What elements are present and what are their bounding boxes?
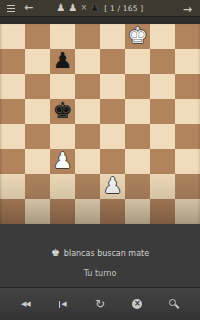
- square-c6[interactable]: [50, 74, 75, 99]
- square-g5[interactable]: [150, 99, 175, 124]
- square-e6[interactable]: [100, 74, 125, 99]
- status-area: ♚ blancas buscan mate Tu turno: [0, 224, 200, 278]
- refresh-icon: ↻: [95, 298, 105, 310]
- square-d3[interactable]: [75, 149, 100, 174]
- objective-text: blancas buscan mate: [64, 249, 149, 258]
- square-e2[interactable]: ♟: [100, 174, 125, 199]
- square-c8[interactable]: [50, 24, 75, 49]
- square-g3[interactable]: [150, 149, 175, 174]
- square-e7[interactable]: [100, 49, 125, 74]
- next-puzzle-arrow-icon[interactable]: →: [183, 3, 192, 16]
- square-h8[interactable]: [175, 24, 200, 49]
- square-d8[interactable]: [75, 24, 100, 49]
- square-d1[interactable]: [75, 199, 100, 224]
- square-g7[interactable]: [150, 49, 175, 74]
- square-f8[interactable]: ♚: [125, 24, 150, 49]
- square-b8[interactable]: [25, 24, 50, 49]
- square-c1[interactable]: [50, 199, 75, 224]
- square-c5[interactable]: ♚: [50, 99, 75, 124]
- square-a4[interactable]: [0, 124, 25, 149]
- close-circle-icon: ×: [132, 299, 142, 309]
- square-g2[interactable]: [150, 174, 175, 199]
- square-f3[interactable]: [125, 149, 150, 174]
- square-a8[interactable]: [0, 24, 25, 49]
- square-g8[interactable]: [150, 24, 175, 49]
- square-f4[interactable]: [125, 124, 150, 149]
- square-h4[interactable]: [175, 124, 200, 149]
- square-d5[interactable]: [75, 99, 100, 124]
- white-pawn-piece: ♟: [103, 173, 123, 198]
- magnifier-icon: [169, 299, 180, 310]
- black-king-piece: ♚: [53, 98, 73, 123]
- square-d7[interactable]: [75, 49, 100, 74]
- bottom-toolbar: ◀◀ ◀ ↻ ×: [0, 287, 200, 320]
- square-f1[interactable]: [125, 199, 150, 224]
- square-f7[interactable]: [125, 49, 150, 74]
- puzzle-category: ♟ ♟ × ♟ [ 1 / 165 ]: [57, 0, 144, 16]
- chess-tactics-app: ← ♟ ♟ × ♟ [ 1 / 165 ] → ♚♟♚♟♟ ♚ blancas …: [0, 0, 200, 320]
- square-g6[interactable]: [150, 74, 175, 99]
- square-b7[interactable]: [25, 49, 50, 74]
- square-b1[interactable]: [25, 199, 50, 224]
- square-h5[interactable]: [175, 99, 200, 124]
- white-pawn-piece: ♟: [53, 148, 73, 173]
- square-d4[interactable]: [75, 124, 100, 149]
- restart-button[interactable]: ↻: [88, 292, 112, 316]
- square-e5[interactable]: [100, 99, 125, 124]
- square-h7[interactable]: [175, 49, 200, 74]
- hamburger-menu-icon[interactable]: [7, 5, 15, 12]
- square-b4[interactable]: [25, 124, 50, 149]
- rewind-to-start-button[interactable]: ◀◀: [13, 292, 37, 316]
- square-b3[interactable]: [25, 149, 50, 174]
- chess-board[interactable]: ♚♟♚♟♟: [0, 24, 200, 224]
- objective-line: ♚ blancas buscan mate: [51, 248, 149, 258]
- square-f2[interactable]: [125, 174, 150, 199]
- square-g1[interactable]: [150, 199, 175, 224]
- white-pawn-icon: ♟: [69, 0, 78, 16]
- step-back-button[interactable]: ◀: [51, 292, 75, 316]
- square-a3[interactable]: [0, 149, 25, 174]
- square-d6[interactable]: [75, 74, 100, 99]
- white-king-icon: ♚: [51, 248, 60, 258]
- square-c4[interactable]: [50, 124, 75, 149]
- black-pawn-icon: ♟: [90, 0, 99, 16]
- square-a2[interactable]: [0, 174, 25, 199]
- turn-indicator: Tu turno: [84, 269, 117, 278]
- square-e3[interactable]: [100, 149, 125, 174]
- analyze-button[interactable]: [163, 292, 187, 316]
- black-pawn-piece: ♟: [53, 48, 73, 73]
- square-c2[interactable]: [50, 174, 75, 199]
- square-c3[interactable]: ♟: [50, 149, 75, 174]
- board-container: ♚♟♚♟♟: [0, 24, 200, 224]
- square-h6[interactable]: [175, 74, 200, 99]
- give-up-button[interactable]: ×: [125, 292, 149, 316]
- square-h3[interactable]: [175, 149, 200, 174]
- back-arrow-icon[interactable]: ←: [24, 0, 33, 16]
- square-a1[interactable]: [0, 199, 25, 224]
- square-e1[interactable]: [100, 199, 125, 224]
- square-f6[interactable]: [125, 74, 150, 99]
- white-king-piece: ♚: [128, 23, 148, 48]
- skip-previous-icon: ◀: [59, 300, 67, 308]
- square-c7[interactable]: ♟: [50, 49, 75, 74]
- square-e4[interactable]: [100, 124, 125, 149]
- top-bar: ← ♟ ♟ × ♟ [ 1 / 165 ] →: [0, 0, 200, 16]
- square-b6[interactable]: [25, 74, 50, 99]
- square-a7[interactable]: [0, 49, 25, 74]
- top-gap: [0, 16, 200, 24]
- fast-rewind-icon: ◀◀: [21, 300, 30, 308]
- square-a6[interactable]: [0, 74, 25, 99]
- square-b2[interactable]: [25, 174, 50, 199]
- square-g4[interactable]: [150, 124, 175, 149]
- square-e8[interactable]: [100, 24, 125, 49]
- square-b5[interactable]: [25, 99, 50, 124]
- square-d2[interactable]: [75, 174, 100, 199]
- square-h2[interactable]: [175, 174, 200, 199]
- square-f5[interactable]: [125, 99, 150, 124]
- white-pawn-icon: ♟: [57, 0, 66, 16]
- multiply-icon: ×: [81, 0, 88, 16]
- square-h1[interactable]: [175, 199, 200, 224]
- puzzle-counter: [ 1 / 165 ]: [104, 4, 143, 13]
- square-a5[interactable]: [0, 99, 25, 124]
